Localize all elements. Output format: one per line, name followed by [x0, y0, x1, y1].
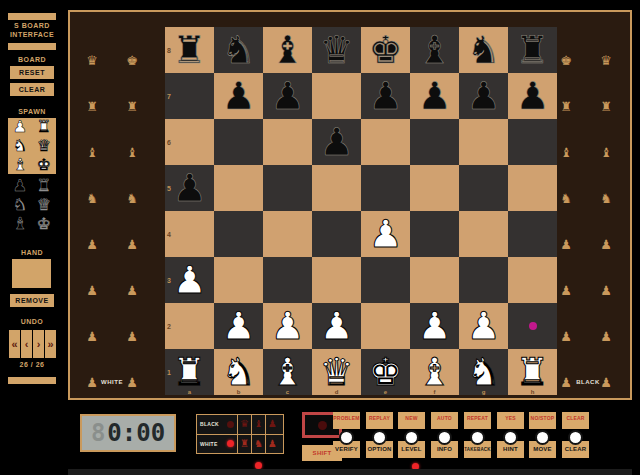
square-h3[interactable]: [508, 257, 557, 303]
round-key-move[interactable]: [535, 430, 550, 445]
square-c7[interactable]: ♟: [263, 73, 312, 119]
black-spawn-glyph: ♟: [13, 178, 27, 194]
rank-label: 1: [167, 369, 171, 376]
square-g8[interactable]: ♞: [459, 27, 508, 73]
k-marker-icon: ♚: [558, 54, 574, 67]
square-b4[interactable]: [214, 211, 263, 257]
piece-indicator-icon: ♞: [252, 435, 266, 454]
spawn-piece-p[interactable]: ♟: [8, 177, 32, 196]
rank-label: 2: [167, 323, 171, 330]
hand-section-label: HAND: [0, 249, 64, 256]
p-marker-icon: ♟: [124, 330, 140, 343]
piece-indicator-icon: ♟: [266, 435, 279, 454]
file-label: e: [361, 389, 410, 395]
rank-marker-row: ♝♝: [558, 129, 614, 175]
white-piece: ♞: [466, 353, 500, 391]
square-f1[interactable]: ♝f: [410, 349, 459, 395]
file-label: c: [263, 389, 312, 395]
spawn-piece-P[interactable]: ♟: [8, 118, 32, 137]
p-marker-icon: ♟: [598, 330, 614, 343]
spawn-black-palette: ♟♜♞♛♝♚: [8, 177, 56, 233]
square-a5[interactable]: ♟5: [165, 165, 214, 211]
black-piece: ♜: [172, 31, 206, 69]
white-piece: ♜: [515, 353, 549, 391]
square-h5[interactable]: [508, 165, 557, 211]
r-marker-icon: ♜: [124, 100, 140, 113]
square-g6[interactable]: [459, 119, 508, 165]
app-title-line2: INTERFACE: [0, 31, 64, 38]
rank-label: 3: [167, 277, 171, 284]
piece-indicator-icon: ♜: [238, 435, 252, 454]
rank-marker-row: ♟♟: [84, 221, 140, 267]
spawn-piece-R[interactable]: ♜: [32, 118, 56, 137]
highlight-dot: [529, 322, 537, 330]
square-a8[interactable]: ♜8: [165, 27, 214, 73]
p-marker-icon: ♟: [558, 284, 574, 297]
clock-ghost-digit: 8: [91, 419, 105, 447]
button-replay[interactable]: REPLAY: [366, 412, 393, 429]
rank-marker-row: ♟♟: [84, 313, 140, 359]
turn-row-white: WHITE♜♞♟: [197, 435, 283, 454]
r-marker-icon: ♜: [598, 100, 614, 113]
black-piece: ♜: [515, 31, 549, 69]
black-side-label: BLACK: [558, 379, 618, 385]
b-marker-icon: ♝: [84, 146, 100, 159]
square-c8[interactable]: ♝: [263, 27, 312, 73]
black-piece: ♟: [319, 123, 353, 161]
button-clear[interactable]: CLEAR: [562, 412, 589, 429]
rank-marker-row: ♛♚: [84, 37, 140, 83]
p-marker-icon: ♟: [84, 330, 100, 343]
left-rank-markers: ♛♚♜♜♝♝♞♞♟♟♟♟♟♟♟♟: [84, 37, 140, 405]
p-marker-icon: ♟: [598, 284, 614, 297]
turn-label: WHITE: [197, 441, 224, 447]
hand-tray[interactable]: [12, 259, 51, 288]
square-e1[interactable]: ♚e: [361, 349, 410, 395]
black-piece: ♟: [466, 77, 500, 115]
k-marker-icon: ♚: [124, 54, 140, 67]
square-f7[interactable]: ♟: [410, 73, 459, 119]
spawn-piece-K[interactable]: ♚: [32, 155, 56, 174]
remove-button[interactable]: REMOVE: [10, 294, 54, 307]
rank-label: 7: [167, 93, 171, 100]
spawn-piece-q[interactable]: ♛: [32, 196, 56, 215]
piece-indicator-icon: ♛: [238, 415, 252, 434]
reset-button[interactable]: RESET: [10, 66, 54, 79]
spawn-white-palette: ♟♜♞♛♝♚: [8, 118, 56, 174]
square-g2[interactable]: ♟: [459, 303, 508, 349]
rank-label: 4: [167, 231, 171, 238]
black-spawn-glyph: ♛: [37, 197, 51, 213]
undo-step-button-1[interactable]: ‹: [21, 330, 32, 358]
black-piece: ♟: [221, 77, 255, 115]
white-spawn-glyph: ♚: [37, 157, 51, 173]
button-problem[interactable]: PROBLEM: [333, 412, 360, 429]
round-key-option[interactable]: [372, 430, 387, 445]
white-spawn-glyph: ♞: [13, 138, 27, 154]
turn-indicator-panel: BLACK♛♝♟WHITE♜♞♟: [196, 414, 284, 454]
square-b8[interactable]: ♞: [214, 27, 263, 73]
square-c3[interactable]: [263, 257, 312, 303]
white-spawn-glyph: ♟: [13, 119, 27, 135]
undo-step-button-0[interactable]: «: [9, 330, 20, 358]
square-g7[interactable]: ♟: [459, 73, 508, 119]
square-d1[interactable]: ♛d: [312, 349, 361, 395]
white-spawn-glyph: ♛: [37, 138, 51, 154]
round-key-clear[interactable]: [568, 430, 583, 445]
square-a3[interactable]: ♟3: [165, 257, 214, 303]
file-label: h: [508, 389, 557, 395]
p-marker-icon: ♟: [124, 284, 140, 297]
white-spawn-glyph: ♝: [13, 157, 27, 173]
piece-indicator-icon: ♝: [252, 415, 266, 434]
file-label: b: [214, 389, 263, 395]
p-marker-icon: ♟: [84, 284, 100, 297]
clear-button[interactable]: CLEAR: [10, 83, 54, 96]
black-piece: ♛: [319, 31, 353, 69]
square-h4[interactable]: [508, 211, 557, 257]
square-h1[interactable]: ♜h: [508, 349, 557, 395]
p-marker-icon: ♟: [124, 238, 140, 251]
square-e6[interactable]: [361, 119, 410, 165]
square-a7[interactable]: 7: [165, 73, 214, 119]
white-piece: ♟: [172, 261, 206, 299]
button-auto[interactable]: AUTO: [431, 412, 458, 429]
chess-board: ♜8♞♝♛♚♝♞♜7♟♟♟♟♟♟6♟♟54♟♟32♟♟♟♟♟♜1a♞b♝c♛d♚…: [165, 27, 557, 395]
square-c1[interactable]: ♝c: [263, 349, 312, 395]
r-marker-icon: ♜: [558, 100, 574, 113]
turn-label: BLACK: [197, 421, 224, 427]
square-g4[interactable]: [459, 211, 508, 257]
square-h6[interactable]: [508, 119, 557, 165]
button-yes[interactable]: YES: [497, 412, 524, 429]
square-e8[interactable]: ♚: [361, 27, 410, 73]
square-e4[interactable]: ♟: [361, 211, 410, 257]
spawn-piece-k[interactable]: ♚: [32, 214, 56, 233]
turn-led: [227, 440, 234, 447]
square-f2[interactable]: ♟: [410, 303, 459, 349]
sidebar-bottom-bar: [8, 377, 56, 384]
white-piece: ♜: [172, 353, 206, 391]
spawn-piece-r[interactable]: ♜: [32, 177, 56, 196]
n-marker-icon: ♞: [84, 192, 100, 205]
right-rank-markers: ♚♛♜♜♝♝♞♞♟♟♟♟♟♟♟♟: [558, 37, 614, 405]
button-no-stop[interactable]: NO/STOP: [529, 412, 556, 429]
square-a6[interactable]: 6: [165, 119, 214, 165]
undo-buttons: «‹›»: [9, 330, 56, 358]
button-repeat[interactable]: REPEAT: [464, 412, 491, 429]
black-piece: ♟: [368, 77, 402, 115]
black-piece: ♝: [270, 31, 304, 69]
b-marker-icon: ♝: [598, 146, 614, 159]
square-g1[interactable]: ♞g: [459, 349, 508, 395]
black-spawn-glyph: ♚: [37, 216, 51, 232]
white-piece: ♛: [319, 353, 353, 391]
square-a1[interactable]: ♜1a: [165, 349, 214, 395]
square-d5[interactable]: [312, 165, 361, 211]
b-marker-icon: ♝: [558, 146, 574, 159]
rank-marker-row: ♟♟: [558, 267, 614, 313]
clock-value: 0:00: [107, 419, 165, 447]
square-c5[interactable]: [263, 165, 312, 211]
b-marker-icon: ♝: [124, 146, 140, 159]
square-d3[interactable]: [312, 257, 361, 303]
undo-step-button-3[interactable]: »: [45, 330, 56, 358]
white-piece: ♟: [319, 307, 353, 345]
square-f3[interactable]: [410, 257, 459, 303]
file-label: a: [165, 389, 214, 395]
console-bottom-edge: [68, 469, 632, 475]
spawn-piece-b[interactable]: ♝: [8, 214, 32, 233]
square-d4[interactable]: [312, 211, 361, 257]
square-b5[interactable]: [214, 165, 263, 211]
piece-indicator-icon: ♟: [266, 415, 279, 434]
square-h7[interactable]: ♟: [508, 73, 557, 119]
round-key-takeback[interactable]: [470, 430, 485, 445]
square-c4[interactable]: [263, 211, 312, 257]
undo-section-label: UNDO: [0, 318, 64, 325]
rank-marker-row: ♚♛: [558, 37, 614, 83]
p-marker-icon: ♟: [84, 238, 100, 251]
square-a4[interactable]: 4: [165, 211, 214, 257]
undo-step-button-2[interactable]: ›: [33, 330, 44, 358]
black-piece: ♟: [515, 77, 549, 115]
turn-row-black: BLACK♛♝♟: [197, 415, 283, 435]
undo-counter: 26 / 26: [0, 361, 64, 368]
square-a2[interactable]: 2: [165, 303, 214, 349]
black-piece: ♟: [417, 77, 451, 115]
p-marker-icon: ♟: [598, 238, 614, 251]
button-new[interactable]: NEW: [398, 412, 425, 429]
square-f8[interactable]: ♝: [410, 27, 459, 73]
square-b6[interactable]: [214, 119, 263, 165]
white-piece: ♟: [368, 215, 402, 253]
rank-marker-row: ♞♞: [84, 175, 140, 221]
rank-marker-row: ♝♝: [84, 129, 140, 175]
black-piece: ♟: [270, 77, 304, 115]
spawn-piece-N[interactable]: ♞: [8, 137, 32, 156]
board-section-label: BOARD: [0, 56, 64, 63]
n-marker-icon: ♞: [124, 192, 140, 205]
q-marker-icon: ♛: [598, 54, 614, 67]
rank-marker-row: ♜♜: [558, 83, 614, 129]
square-g3[interactable]: [459, 257, 508, 303]
white-side-label: WHITE: [82, 379, 142, 385]
square-f4[interactable]: [410, 211, 459, 257]
black-piece: ♝: [417, 31, 451, 69]
white-spawn-glyph: ♜: [37, 119, 51, 135]
square-e2[interactable]: [361, 303, 410, 349]
black-spawn-glyph: ♞: [13, 197, 27, 213]
clock-display: 80:00: [80, 414, 176, 452]
white-piece: ♞: [221, 353, 255, 391]
p-marker-icon: ♟: [558, 330, 574, 343]
square-h2[interactable]: [508, 303, 557, 349]
file-label: g: [459, 389, 508, 395]
file-label: f: [410, 389, 459, 395]
sidebar: S BOARD INTERFACE BOARD RESET CLEAR SPAW…: [0, 0, 65, 475]
spawn-section-label: SPAWN: [0, 108, 64, 115]
round-key-level[interactable]: [404, 430, 419, 445]
shift-led: [318, 421, 327, 430]
square-d8[interactable]: ♛: [312, 27, 361, 73]
rank-label: 5: [167, 185, 171, 192]
square-d2[interactable]: ♟: [312, 303, 361, 349]
square-d6[interactable]: ♟: [312, 119, 361, 165]
square-b1[interactable]: ♞b: [214, 349, 263, 395]
square-g5[interactable]: [459, 165, 508, 211]
square-e3[interactable]: [361, 257, 410, 303]
spawn-piece-B[interactable]: ♝: [8, 155, 32, 174]
app-title-line1: S BOARD: [0, 22, 64, 29]
sidebar-divider-bar: [8, 43, 56, 50]
black-piece: ♞: [466, 31, 500, 69]
r-marker-icon: ♜: [84, 100, 100, 113]
square-d7[interactable]: [312, 73, 361, 119]
square-c2[interactable]: ♟: [263, 303, 312, 349]
rank-marker-row: ♟♟: [558, 221, 614, 267]
piece-indicator-cells: ♛♝♟: [237, 415, 279, 434]
white-piece: ♝: [270, 353, 304, 391]
white-piece: ♝: [417, 353, 451, 391]
round-key-hint[interactable]: [503, 430, 518, 445]
square-e5[interactable]: [361, 165, 410, 211]
square-f5[interactable]: [410, 165, 459, 211]
rank-marker-row: ♟♟: [84, 267, 140, 313]
square-c6[interactable]: [263, 119, 312, 165]
square-b7[interactable]: ♟: [214, 73, 263, 119]
turn-panel-led: [255, 462, 262, 469]
black-piece: ♞: [221, 31, 255, 69]
white-piece: ♚: [368, 353, 402, 391]
sidebar-top-bar: [8, 13, 56, 20]
black-spawn-glyph: ♝: [13, 216, 27, 232]
white-piece: ♟: [417, 307, 451, 345]
square-e7[interactable]: ♟: [361, 73, 410, 119]
spawn-piece-n[interactable]: ♞: [8, 196, 32, 215]
file-label: d: [312, 389, 361, 395]
white-piece: ♟: [466, 307, 500, 345]
spawn-piece-Q[interactable]: ♛: [32, 137, 56, 156]
white-piece: ♟: [270, 307, 304, 345]
rank-label: 8: [167, 47, 171, 54]
rank-marker-row: ♟♟: [558, 313, 614, 359]
black-piece: ♟: [172, 169, 206, 207]
turn-led: [227, 421, 234, 428]
n-marker-icon: ♞: [558, 192, 574, 205]
q-marker-icon: ♛: [84, 54, 100, 67]
p-marker-icon: ♟: [558, 238, 574, 251]
white-piece: ♟: [221, 307, 255, 345]
rank-marker-row: ♞♞: [558, 175, 614, 221]
n-marker-icon: ♞: [598, 192, 614, 205]
square-h8[interactable]: ♜: [508, 27, 557, 73]
round-key-verify[interactable]: [339, 430, 354, 445]
black-piece: ♚: [368, 31, 402, 69]
square-b2[interactable]: ♟: [214, 303, 263, 349]
piece-indicator-cells: ♜♞♟: [237, 435, 279, 454]
square-f6[interactable]: [410, 119, 459, 165]
rank-label: 6: [167, 139, 171, 146]
rank-marker-row: ♜♜: [84, 83, 140, 129]
square-b3[interactable]: [214, 257, 263, 303]
black-spawn-glyph: ♜: [37, 178, 51, 194]
round-key-info[interactable]: [437, 430, 452, 445]
board-panel: ♛♚♜♜♝♝♞♞♟♟♟♟♟♟♟♟ ♜8♞♝♛♚♝♞♜7♟♟♟♟♟♟6♟♟54♟♟…: [68, 10, 632, 400]
